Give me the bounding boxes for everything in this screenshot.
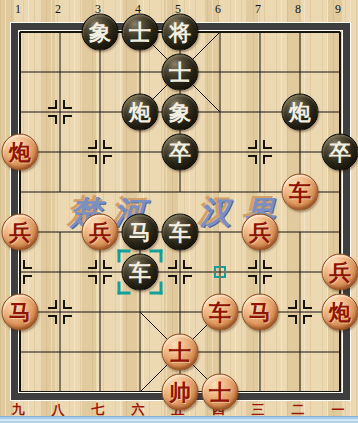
file-label: 6 — [215, 2, 221, 17]
piece-glyph: 兵 — [9, 215, 31, 250]
piece-black-chariot[interactable]: 车 — [122, 254, 159, 291]
piece-black-elephant[interactable]: 象 — [162, 94, 199, 131]
piece-glyph: 将 — [169, 15, 191, 50]
piece-red-chariot[interactable]: 车 — [202, 294, 239, 331]
piece-glyph: 车 — [209, 295, 231, 330]
piece-red-soldier[interactable]: 兵 — [2, 214, 39, 251]
piece-glyph: 兵 — [249, 215, 271, 250]
piece-black-horse[interactable]: 马 — [122, 214, 159, 251]
piece-glyph: 帅 — [169, 375, 191, 410]
piece-black-elephant[interactable]: 象 — [82, 14, 119, 51]
piece-red-soldier[interactable]: 兵 — [82, 214, 119, 251]
piece-glyph: 兵 — [329, 255, 351, 290]
file-label: 1 — [15, 2, 21, 17]
file-label: 7 — [255, 2, 261, 17]
piece-glyph: 马 — [129, 215, 151, 250]
piece-black-soldier[interactable]: 卒 — [322, 134, 358, 171]
piece-glyph: 士 — [209, 375, 231, 410]
piece-glyph: 炮 — [289, 95, 311, 130]
piece-glyph: 车 — [289, 175, 311, 210]
piece-black-advisor[interactable]: 士 — [162, 54, 199, 91]
piece-black-cannon[interactable]: 炮 — [122, 94, 159, 131]
piece-black-advisor[interactable]: 士 — [122, 14, 159, 51]
piece-glyph: 士 — [169, 55, 191, 90]
piece-glyph: 炮 — [329, 295, 351, 330]
piece-glyph: 炮 — [9, 135, 31, 170]
piece-glyph: 象 — [169, 95, 191, 130]
file-label: 2 — [55, 2, 61, 17]
xiangqi-app: 楚河 汉界 123456789 九八七六五四三二一 象士将士炮象炮卒卒马车车炮车… — [0, 0, 358, 423]
piece-black-general[interactable]: 将 — [162, 14, 199, 51]
piece-glyph: 炮 — [129, 95, 151, 130]
piece-glyph: 车 — [169, 215, 191, 250]
piece-red-cannon[interactable]: 炮 — [322, 294, 358, 331]
file-label: 8 — [295, 2, 301, 17]
piece-glyph: 象 — [89, 15, 111, 50]
piece-red-soldier[interactable]: 兵 — [322, 254, 358, 291]
piece-red-chariot[interactable]: 车 — [282, 174, 319, 211]
piece-glyph: 士 — [169, 335, 191, 370]
piece-red-soldier[interactable]: 兵 — [242, 214, 279, 251]
piece-glyph: 士 — [129, 15, 151, 50]
piece-red-horse[interactable]: 马 — [2, 294, 39, 331]
piece-glyph: 车 — [129, 255, 151, 290]
piece-glyph: 马 — [9, 295, 31, 330]
piece-glyph: 卒 — [329, 135, 351, 170]
piece-black-soldier[interactable]: 卒 — [162, 134, 199, 171]
file-label: 9 — [335, 2, 341, 17]
piece-red-cannon[interactable]: 炮 — [2, 134, 39, 171]
piece-red-general[interactable]: 帅 — [162, 374, 199, 411]
piece-red-advisor[interactable]: 士 — [162, 334, 199, 371]
piece-glyph: 马 — [249, 295, 271, 330]
piece-red-horse[interactable]: 马 — [242, 294, 279, 331]
piece-glyph: 兵 — [89, 215, 111, 250]
window-edge — [0, 416, 358, 423]
piece-red-advisor[interactable]: 士 — [202, 374, 239, 411]
piece-black-chariot[interactable]: 车 — [162, 214, 199, 251]
piece-glyph: 卒 — [169, 135, 191, 170]
piece-black-cannon[interactable]: 炮 — [282, 94, 319, 131]
